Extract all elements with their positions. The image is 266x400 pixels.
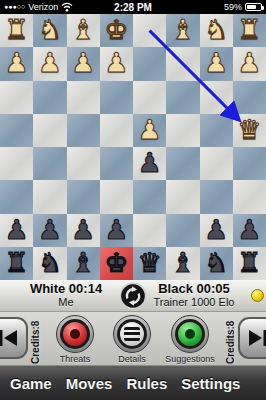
record-red-icon <box>60 319 90 349</box>
black-player-name: Trainer 1000 Elo <box>136 296 252 309</box>
white-king-e1: ♚ <box>100 14 133 46</box>
square-e4[interactable] <box>100 114 133 147</box>
square-h1[interactable]: ♜ <box>0 14 33 47</box>
chess-app-screen: ●●●○○ Verizon 2:28 PM 59% ♜♞♝♚♝♞♜♟♟♟♟♟♟♟… <box>0 0 266 400</box>
menu-item-moves[interactable]: Moves <box>66 375 113 392</box>
square-c6[interactable] <box>166 180 199 213</box>
square-c3[interactable] <box>166 81 199 114</box>
black-rook-a8: ♜ <box>233 247 266 279</box>
square-d4[interactable]: ♟ <box>133 114 166 147</box>
skip-to-start-button[interactable] <box>0 317 28 359</box>
white-queen-a4: ♛ <box>233 114 266 146</box>
black-clock: Black 00:05 <box>136 282 252 296</box>
white-bishop-c1: ♝ <box>166 14 199 46</box>
square-e7[interactable]: ♟ <box>100 214 133 247</box>
square-c8[interactable]: ♝ <box>166 247 199 280</box>
square-b4[interactable] <box>200 114 233 147</box>
square-f8[interactable]: ♝ <box>67 247 100 280</box>
square-d8[interactable]: ♛ <box>133 247 166 280</box>
square-b5[interactable] <box>200 147 233 180</box>
white-clock: White 00:14 <box>0 282 132 296</box>
menu-item-game[interactable]: Game <box>10 375 52 392</box>
square-b6[interactable] <box>200 180 233 213</box>
square-a1[interactable]: ♜ <box>233 14 266 47</box>
signal-strength-icon: ●●●○○ <box>4 0 25 14</box>
square-f2[interactable]: ♟ <box>67 47 100 80</box>
square-h2[interactable]: ♟ <box>0 47 33 80</box>
status-bar: ●●●○○ Verizon 2:28 PM 59% <box>0 0 266 14</box>
black-knight-g8: ♞ <box>33 247 66 279</box>
square-a3[interactable] <box>233 81 266 114</box>
square-b3[interactable] <box>200 81 233 114</box>
menu-item-rules[interactable]: Rules <box>126 375 167 392</box>
black-pawn-h7: ♟ <box>0 214 33 246</box>
black-bishop-f8: ♝ <box>67 247 100 279</box>
black-pawn-g7: ♟ <box>33 214 66 246</box>
threats-label: Threats <box>43 354 107 364</box>
clock-time: 2:28 PM <box>96 2 170 13</box>
bottom-menu-bar: GameMovesRulesSettings <box>0 366 266 400</box>
square-d1[interactable] <box>133 14 166 47</box>
square-f7[interactable]: ♟ <box>67 214 100 247</box>
black-pawn-d5: ♟ <box>133 147 166 179</box>
black-pawn-a7: ♟ <box>233 214 266 246</box>
toolbar: Credits:8 Threats Details Suggestions Cr… <box>0 312 266 366</box>
square-a6[interactable] <box>233 180 266 213</box>
black-pawn-f7: ♟ <box>67 214 100 246</box>
chess-board[interactable]: ♜♞♝♚♝♞♜♟♟♟♟♟♟♟♛♟♟♟♟♟♟♟♜♞♝♚♛♝♞♜ <box>0 14 266 280</box>
square-c7[interactable] <box>166 214 199 247</box>
square-g8[interactable]: ♞ <box>33 247 66 280</box>
square-c1[interactable]: ♝ <box>166 14 199 47</box>
square-b2[interactable]: ♟ <box>200 47 233 80</box>
square-e1[interactable]: ♚ <box>100 14 133 47</box>
square-h5[interactable] <box>0 147 33 180</box>
white-pawn-h2: ♟ <box>0 47 33 79</box>
wifi-icon <box>61 2 73 12</box>
square-h3[interactable] <box>0 81 33 114</box>
square-e6[interactable] <box>100 180 133 213</box>
skip-to-end-icon <box>247 328 266 348</box>
credits-right-label: Credits:8 <box>225 314 236 364</box>
swap-sides-icon[interactable] <box>119 282 147 310</box>
credits-left-label: Credits:8 <box>30 314 41 364</box>
suggestions-label: Suggestions <box>158 354 222 364</box>
black-bishop-c8: ♝ <box>166 247 199 279</box>
square-f6[interactable] <box>67 180 100 213</box>
square-c2[interactable] <box>166 47 199 80</box>
square-g2[interactable]: ♟ <box>33 47 66 80</box>
white-pawn-g2: ♟ <box>33 47 66 79</box>
skip-to-end-button[interactable] <box>238 317 266 359</box>
white-knight-g1: ♞ <box>33 14 66 46</box>
square-h7[interactable]: ♟ <box>0 214 33 247</box>
square-g1[interactable]: ♞ <box>33 14 66 47</box>
black-pawn-e7: ♟ <box>100 214 133 246</box>
white-rook-a1: ♜ <box>233 14 266 46</box>
black-rook-h8: ♜ <box>0 247 33 279</box>
white-bishop-f1: ♝ <box>67 14 100 46</box>
details-label: Details <box>100 354 164 364</box>
square-f4[interactable] <box>67 114 100 147</box>
square-g4[interactable] <box>33 114 66 147</box>
list-bars-icon <box>117 319 147 349</box>
square-a5[interactable] <box>233 147 266 180</box>
square-d7[interactable] <box>133 214 166 247</box>
suggestions-button[interactable]: Suggestions <box>158 315 222 364</box>
square-c5[interactable] <box>166 147 199 180</box>
square-d3[interactable] <box>133 81 166 114</box>
go-green-icon <box>175 319 205 349</box>
square-a4[interactable]: ♛ <box>233 114 266 147</box>
threats-button[interactable]: Threats <box>43 315 107 364</box>
details-button[interactable]: Details <box>100 315 164 364</box>
white-knight-b1: ♞ <box>200 14 233 46</box>
skip-to-start-icon <box>0 328 19 348</box>
square-g6[interactable] <box>33 180 66 213</box>
square-d2[interactable] <box>133 47 166 80</box>
square-g3[interactable] <box>33 81 66 114</box>
turn-indicator-ball <box>251 289 264 302</box>
black-queen-d8: ♛ <box>133 247 166 279</box>
square-h6[interactable] <box>0 180 33 213</box>
black-knight-b8: ♞ <box>200 247 233 279</box>
menu-item-settings[interactable]: Settings <box>181 375 240 392</box>
battery-percent: 59% <box>224 2 242 12</box>
square-f1[interactable]: ♝ <box>67 14 100 47</box>
square-g5[interactable] <box>33 147 66 180</box>
white-player-name: Me <box>0 296 132 309</box>
square-d6[interactable] <box>133 180 166 213</box>
carrier-label: Verizon <box>28 2 58 12</box>
square-c4[interactable] <box>166 114 199 147</box>
square-e8[interactable]: ♚ <box>100 247 133 280</box>
square-b8[interactable]: ♞ <box>200 247 233 280</box>
white-rook-h1: ♜ <box>0 14 33 46</box>
battery-icon <box>245 3 262 11</box>
square-a2[interactable]: ♟ <box>233 47 266 80</box>
black-player-info: Black 00:05 Trainer 1000 Elo <box>136 282 252 309</box>
square-d5[interactable]: ♟ <box>133 147 166 180</box>
square-e2[interactable]: ♟ <box>100 47 133 80</box>
white-pawn-d4: ♟ <box>133 114 166 146</box>
square-e5[interactable] <box>100 147 133 180</box>
square-a7[interactable]: ♟ <box>233 214 266 247</box>
white-pawn-a2: ♟ <box>233 47 266 79</box>
black-king-e8: ♚ <box>100 247 133 279</box>
white-pawn-e2: ♟ <box>100 47 133 79</box>
square-f3[interactable] <box>67 81 100 114</box>
white-player-info: White 00:14 Me <box>0 282 132 309</box>
square-a8[interactable]: ♜ <box>233 247 266 280</box>
square-h8[interactable]: ♜ <box>0 247 33 280</box>
square-b7[interactable]: ♟ <box>200 214 233 247</box>
square-g7[interactable]: ♟ <box>33 214 66 247</box>
black-pawn-b7: ♟ <box>200 214 233 246</box>
square-f5[interactable] <box>67 147 100 180</box>
square-h4[interactable] <box>0 114 33 147</box>
square-b1[interactable]: ♞ <box>200 14 233 47</box>
white-pawn-b2: ♟ <box>200 47 233 79</box>
square-e3[interactable] <box>100 81 133 114</box>
white-pawn-f2: ♟ <box>67 47 100 79</box>
